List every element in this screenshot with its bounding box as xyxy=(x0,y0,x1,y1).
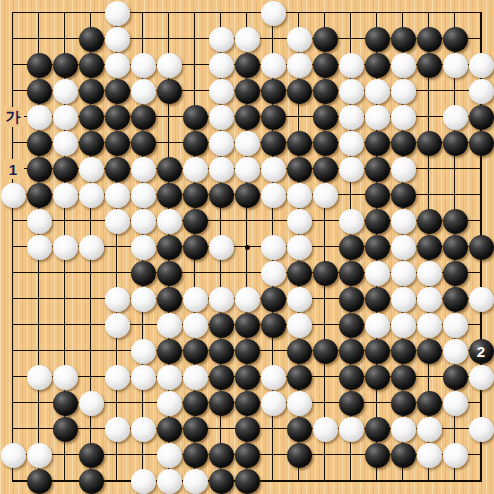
white-stone xyxy=(443,313,468,338)
white-stone xyxy=(339,53,364,78)
black-stone xyxy=(105,79,130,104)
white-stone xyxy=(339,105,364,130)
black-stone xyxy=(443,365,468,390)
white-stone xyxy=(287,391,312,416)
black-stone xyxy=(313,79,338,104)
white-stone xyxy=(157,209,182,234)
black-stone xyxy=(365,339,390,364)
white-stone xyxy=(183,157,208,182)
white-stone xyxy=(287,53,312,78)
white-stone xyxy=(105,183,130,208)
white-stone xyxy=(417,443,442,468)
white-stone xyxy=(131,417,156,442)
white-stone xyxy=(365,313,390,338)
black-stone xyxy=(313,53,338,78)
white-stone xyxy=(261,1,286,26)
white-stone xyxy=(131,183,156,208)
white-stone xyxy=(105,417,130,442)
black-stone xyxy=(79,27,104,52)
black-stone xyxy=(209,469,234,494)
white-stone xyxy=(131,209,156,234)
black-stone xyxy=(287,261,312,286)
black-stone xyxy=(339,261,364,286)
black-stone xyxy=(79,469,104,494)
white-stone xyxy=(131,53,156,78)
white-stone xyxy=(105,53,130,78)
white-stone xyxy=(183,287,208,312)
black-stone xyxy=(417,27,442,52)
white-stone xyxy=(209,79,234,104)
white-stone xyxy=(391,235,416,260)
white-stone xyxy=(53,131,78,156)
black-stone xyxy=(365,235,390,260)
black-stone xyxy=(79,105,104,130)
black-stone xyxy=(157,261,182,286)
black-stone xyxy=(261,131,286,156)
black-stone xyxy=(365,443,390,468)
white-stone xyxy=(443,53,468,78)
white-stone xyxy=(131,287,156,312)
white-stone xyxy=(235,131,260,156)
black-stone xyxy=(131,261,156,286)
black-stone xyxy=(313,105,338,130)
black-stone xyxy=(79,53,104,78)
white-stone xyxy=(79,235,104,260)
white-stone xyxy=(209,235,234,260)
white-stone xyxy=(209,131,234,156)
white-stone xyxy=(183,365,208,390)
black-stone xyxy=(469,105,494,130)
star-point xyxy=(245,245,250,250)
white-stone xyxy=(261,261,286,286)
black-stone xyxy=(235,183,260,208)
black-stone xyxy=(313,339,338,364)
black-stone xyxy=(157,79,182,104)
white-stone xyxy=(235,287,260,312)
white-stone xyxy=(157,313,182,338)
white-stone xyxy=(261,157,286,182)
black-stone xyxy=(235,79,260,104)
white-stone xyxy=(443,443,468,468)
black-stone xyxy=(365,365,390,390)
white-stone xyxy=(27,209,52,234)
black-stone xyxy=(235,469,260,494)
white-stone xyxy=(131,339,156,364)
black-stone xyxy=(365,209,390,234)
white-stone xyxy=(53,365,78,390)
black-stone xyxy=(53,53,78,78)
black-stone xyxy=(417,209,442,234)
black-stone xyxy=(365,157,390,182)
black-stone xyxy=(261,313,286,338)
black-stone xyxy=(105,131,130,156)
white-stone xyxy=(339,417,364,442)
black-stone xyxy=(261,105,286,130)
black-stone xyxy=(417,131,442,156)
black-stone xyxy=(183,209,208,234)
black-stone xyxy=(287,417,312,442)
white-stone xyxy=(53,79,78,104)
black-stone xyxy=(53,391,78,416)
white-stone xyxy=(1,443,26,468)
white-stone xyxy=(209,53,234,78)
white-stone xyxy=(469,79,494,104)
white-stone xyxy=(157,365,182,390)
white-stone xyxy=(391,261,416,286)
white-stone xyxy=(391,105,416,130)
black-stone xyxy=(339,339,364,364)
white-stone xyxy=(209,27,234,52)
white-stone xyxy=(417,313,442,338)
white-stone xyxy=(261,391,286,416)
black-stone xyxy=(235,417,260,442)
white-stone xyxy=(53,183,78,208)
black-stone xyxy=(391,443,416,468)
black-stone xyxy=(183,443,208,468)
white-stone xyxy=(287,313,312,338)
black-stone xyxy=(339,287,364,312)
black-stone xyxy=(469,131,494,156)
white-stone xyxy=(443,391,468,416)
black-stone xyxy=(209,313,234,338)
black-stone xyxy=(183,131,208,156)
black-stone xyxy=(287,79,312,104)
black-stone xyxy=(391,339,416,364)
black-stone xyxy=(209,339,234,364)
black-stone xyxy=(235,53,260,78)
black-stone xyxy=(391,183,416,208)
black-stone xyxy=(391,391,416,416)
black-stone xyxy=(27,469,52,494)
white-stone xyxy=(105,287,130,312)
black-stone xyxy=(183,417,208,442)
board-label-2: 2 xyxy=(470,341,492,361)
white-stone xyxy=(469,365,494,390)
white-stone xyxy=(79,391,104,416)
black-stone xyxy=(287,339,312,364)
black-stone xyxy=(27,131,52,156)
black-stone xyxy=(209,443,234,468)
white-stone xyxy=(105,209,130,234)
black-stone xyxy=(443,131,468,156)
black-stone xyxy=(261,287,286,312)
black-stone xyxy=(339,365,364,390)
black-stone xyxy=(365,53,390,78)
white-stone xyxy=(365,261,390,286)
black-stone xyxy=(313,27,338,52)
white-stone xyxy=(53,105,78,130)
white-stone xyxy=(261,183,286,208)
white-stone xyxy=(313,183,338,208)
white-stone xyxy=(27,365,52,390)
white-stone xyxy=(183,313,208,338)
white-stone xyxy=(131,469,156,494)
black-stone xyxy=(27,53,52,78)
black-stone xyxy=(235,391,260,416)
white-stone xyxy=(105,27,130,52)
black-stone xyxy=(157,417,182,442)
white-stone xyxy=(417,287,442,312)
white-stone xyxy=(287,183,312,208)
white-stone xyxy=(79,157,104,182)
black-stone xyxy=(339,313,364,338)
white-stone xyxy=(79,183,104,208)
white-stone xyxy=(339,79,364,104)
white-stone xyxy=(157,391,182,416)
white-stone xyxy=(209,105,234,130)
white-stone xyxy=(131,365,156,390)
black-stone xyxy=(157,183,182,208)
black-stone xyxy=(365,131,390,156)
black-stone xyxy=(183,105,208,130)
white-stone xyxy=(27,235,52,260)
white-stone xyxy=(131,157,156,182)
white-stone xyxy=(391,79,416,104)
white-stone xyxy=(261,365,286,390)
black-stone xyxy=(417,235,442,260)
black-stone xyxy=(79,131,104,156)
white-stone xyxy=(287,209,312,234)
white-stone xyxy=(417,261,442,286)
white-stone xyxy=(1,183,26,208)
black-stone xyxy=(339,235,364,260)
black-stone xyxy=(209,183,234,208)
white-stone xyxy=(157,443,182,468)
black-stone xyxy=(183,339,208,364)
black-stone xyxy=(365,27,390,52)
white-stone xyxy=(287,235,312,260)
white-stone xyxy=(339,131,364,156)
white-stone xyxy=(287,287,312,312)
white-stone xyxy=(235,27,260,52)
black-stone xyxy=(287,365,312,390)
black-stone xyxy=(157,287,182,312)
black-stone xyxy=(417,391,442,416)
black-stone xyxy=(157,235,182,260)
black-stone xyxy=(313,131,338,156)
black-stone xyxy=(313,157,338,182)
black-stone xyxy=(443,209,468,234)
white-stone xyxy=(157,469,182,494)
black-stone xyxy=(443,235,468,260)
white-stone xyxy=(417,417,442,442)
white-stone xyxy=(469,53,494,78)
black-stone xyxy=(469,235,494,260)
white-stone xyxy=(105,1,130,26)
black-stone xyxy=(79,443,104,468)
black-stone xyxy=(131,105,156,130)
white-stone xyxy=(209,157,234,182)
black-stone xyxy=(339,391,364,416)
white-stone xyxy=(365,79,390,104)
white-stone xyxy=(443,339,468,364)
black-stone xyxy=(287,157,312,182)
black-stone xyxy=(157,157,182,182)
white-stone xyxy=(391,313,416,338)
white-stone xyxy=(157,53,182,78)
black-stone xyxy=(27,79,52,104)
black-stone xyxy=(27,183,52,208)
white-stone xyxy=(339,209,364,234)
black-stone xyxy=(183,235,208,260)
black-stone xyxy=(391,365,416,390)
black-stone xyxy=(235,339,260,364)
black-stone xyxy=(235,313,260,338)
white-stone xyxy=(391,157,416,182)
white-stone xyxy=(105,365,130,390)
white-stone xyxy=(287,27,312,52)
white-stone xyxy=(391,287,416,312)
white-stone xyxy=(131,235,156,260)
white-stone xyxy=(365,105,390,130)
black-stone xyxy=(365,417,390,442)
black-stone xyxy=(53,157,78,182)
black-stone xyxy=(183,183,208,208)
white-stone xyxy=(53,235,78,260)
black-stone xyxy=(235,443,260,468)
black-stone xyxy=(131,131,156,156)
black-stone xyxy=(183,391,208,416)
black-stone xyxy=(443,287,468,312)
white-stone xyxy=(261,53,286,78)
white-stone xyxy=(183,469,208,494)
white-stone xyxy=(339,157,364,182)
white-stone xyxy=(313,417,338,442)
black-stone xyxy=(443,27,468,52)
white-stone xyxy=(131,79,156,104)
black-stone xyxy=(391,27,416,52)
black-stone xyxy=(53,417,78,442)
black-stone xyxy=(105,157,130,182)
black-stone xyxy=(261,79,286,104)
black-stone xyxy=(313,261,338,286)
black-stone xyxy=(287,131,312,156)
black-stone xyxy=(209,365,234,390)
black-stone xyxy=(105,105,130,130)
white-stone xyxy=(391,209,416,234)
black-stone xyxy=(417,339,442,364)
black-stone xyxy=(235,105,260,130)
white-stone xyxy=(27,105,52,130)
black-stone xyxy=(365,287,390,312)
white-stone xyxy=(261,235,286,260)
board-label-가: 가 xyxy=(2,107,24,127)
black-stone xyxy=(27,157,52,182)
black-stone xyxy=(157,339,182,364)
white-stone xyxy=(235,157,260,182)
black-stone xyxy=(287,443,312,468)
board-label-1: 1 xyxy=(2,159,24,179)
black-stone xyxy=(235,365,260,390)
white-stone xyxy=(391,53,416,78)
white-stone xyxy=(391,417,416,442)
white-stone xyxy=(469,287,494,312)
black-stone xyxy=(443,261,468,286)
go-board[interactable]: 가12 xyxy=(0,0,494,494)
black-stone xyxy=(79,79,104,104)
white-stone xyxy=(443,105,468,130)
black-stone xyxy=(417,53,442,78)
black-stone xyxy=(391,131,416,156)
black-stone xyxy=(209,391,234,416)
white-stone xyxy=(469,417,494,442)
black-stone xyxy=(365,183,390,208)
white-stone xyxy=(105,313,130,338)
white-stone xyxy=(209,287,234,312)
white-stone xyxy=(27,443,52,468)
